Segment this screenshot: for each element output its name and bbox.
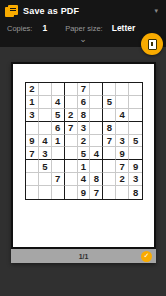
sudoku-cell-r3c6 [90,109,103,122]
sudoku-cell-r5c5: 2 [78,135,91,148]
sudoku-cell-r2c6 [90,96,103,109]
sudoku-cell-r1c8 [116,83,129,96]
sudoku-cell-r4c4: 7 [65,122,78,135]
sudoku-cell-r8c4 [65,173,78,186]
sudoku-cell-r7c8: 7 [116,160,129,173]
preview-page: 271465352846738941273573549517974823978 [11,62,156,249]
sudoku-cell-r8c9: 3 [129,173,142,186]
sudoku-cell-r9c6: 7 [90,186,103,199]
sudoku-cell-r5c7: 7 [103,135,116,148]
destination-row[interactable]: Save as PDF ▾ [0,0,166,17]
sudoku-cell-r8c8: 2 [116,173,129,186]
sudoku-cell-r1c9 [129,83,142,96]
copies-field[interactable]: 1 [42,23,47,33]
sudoku-cell-r1c3 [52,83,65,96]
sudoku-cell-r1c7 [103,83,116,96]
sudoku-cell-r8c3: 7 [52,173,65,186]
sudoku-cell-r5c3: 1 [52,135,65,148]
sudoku-cell-r6c8: 9 [116,147,129,160]
sudoku-cell-r1c6 [90,83,103,96]
sudoku-cell-r3c2 [39,109,52,122]
sudoku-cell-r3c4: 2 [65,109,78,122]
sudoku-cell-r2c5: 6 [78,96,91,109]
sudoku-cell-r7c1 [26,160,39,173]
sudoku-cell-r4c6 [90,122,103,135]
sudoku-cell-r4c5: 3 [78,122,91,135]
sudoku-cell-r2c9 [129,96,142,109]
sudoku-cell-r4c8 [116,122,129,135]
sudoku-cell-r3c1: 3 [26,109,39,122]
sudoku-cell-r6c6: 4 [90,147,103,160]
sudoku-cell-r7c2: 5 [39,160,52,173]
sudoku-cell-r1c4 [65,83,78,96]
sudoku-cell-r6c4 [65,147,78,160]
sudoku-cell-r6c1: 7 [26,147,39,160]
sudoku-cell-r7c5: 1 [78,160,91,173]
sudoku-cell-r6c9 [129,147,142,160]
sudoku-cell-r9c4 [65,186,78,199]
sudoku-cell-r9c5: 9 [78,186,91,199]
print-preview: 271465352846738941273573549517974823978 … [11,62,156,263]
sudoku-cell-r3c8: 4 [116,109,129,122]
sudoku-cell-r9c3 [52,186,65,199]
paper-size-select[interactable]: Letter [112,23,136,33]
copies-label: Copies: [7,24,32,33]
sudoku-cell-r5c9: 5 [129,135,142,148]
dialog-title: Save as PDF [23,6,151,16]
paper-size-label: Paper size: [65,24,103,33]
sudoku-cell-r6c3 [52,147,65,160]
sudoku-cell-r2c1: 1 [26,96,39,109]
sudoku-cell-r5c6 [90,135,103,148]
sudoku-cell-r9c9: 8 [129,186,142,199]
save-pdf-fab-button[interactable] [141,33,163,55]
sudoku-cell-r7c3 [52,160,65,173]
sudoku-cell-r4c2 [39,122,52,135]
sudoku-cell-r1c2 [39,83,52,96]
sudoku-cell-r6c7 [103,147,116,160]
pdf-file-icon [5,5,18,17]
caret-down-icon[interactable]: ▾ [151,7,161,14]
sudoku-cell-r8c5: 4 [78,173,91,186]
print-options-row: Copies: 1 Paper size: Letter [0,17,166,33]
sudoku-cell-r8c2 [39,173,52,186]
sudoku-cell-r4c7: 8 [103,122,116,135]
sudoku-cell-r8c7 [103,173,116,186]
sudoku-cell-r6c2: 3 [39,147,52,160]
sudoku-cell-r2c2 [39,96,52,109]
sudoku-cell-r2c7: 5 [103,96,116,109]
sudoku-cell-r5c2: 4 [39,135,52,148]
sudoku-cell-r3c9 [129,109,142,122]
sudoku-cell-r1c1: 2 [26,83,39,96]
sudoku-cell-r3c7 [103,109,116,122]
sudoku-cell-r2c8 [116,96,129,109]
page-indicator-bar: 1/1 ✓ [11,249,156,263]
sudoku-cell-r3c3: 5 [52,109,65,122]
sudoku-cell-r1c5: 7 [78,83,91,96]
sudoku-cell-r5c8: 3 [116,135,129,148]
sudoku-cell-r7c6 [90,160,103,173]
sudoku-cell-r7c7 [103,160,116,173]
sudoku-cell-r4c9 [129,122,142,135]
sudoku-cell-r9c8 [116,186,129,199]
page-count: 1/1 [79,253,89,260]
sudoku-board: 271465352846738941273573549517974823978 [25,82,143,200]
sudoku-cell-r9c2 [39,186,52,199]
sudoku-cell-r2c3: 4 [52,96,65,109]
sudoku-cell-r4c1 [26,122,39,135]
sudoku-cell-r5c1: 9 [26,135,39,148]
sudoku-cell-r8c1 [26,173,39,186]
page-selected-check-icon[interactable]: ✓ [141,251,152,262]
sudoku-cell-r9c7 [103,186,116,199]
sudoku-cell-r2c4 [65,96,78,109]
sudoku-cell-r3c5: 8 [78,109,91,122]
sudoku-cell-r6c5: 5 [78,147,91,160]
document-download-icon [148,39,157,50]
sudoku-cell-r7c4 [65,160,78,173]
sudoku-cell-r8c6: 8 [90,173,103,186]
sudoku-cell-r9c1 [26,186,39,199]
sudoku-cell-r7c9: 9 [129,160,142,173]
sudoku-cell-r4c3: 6 [52,122,65,135]
sudoku-cell-r5c4 [65,135,78,148]
